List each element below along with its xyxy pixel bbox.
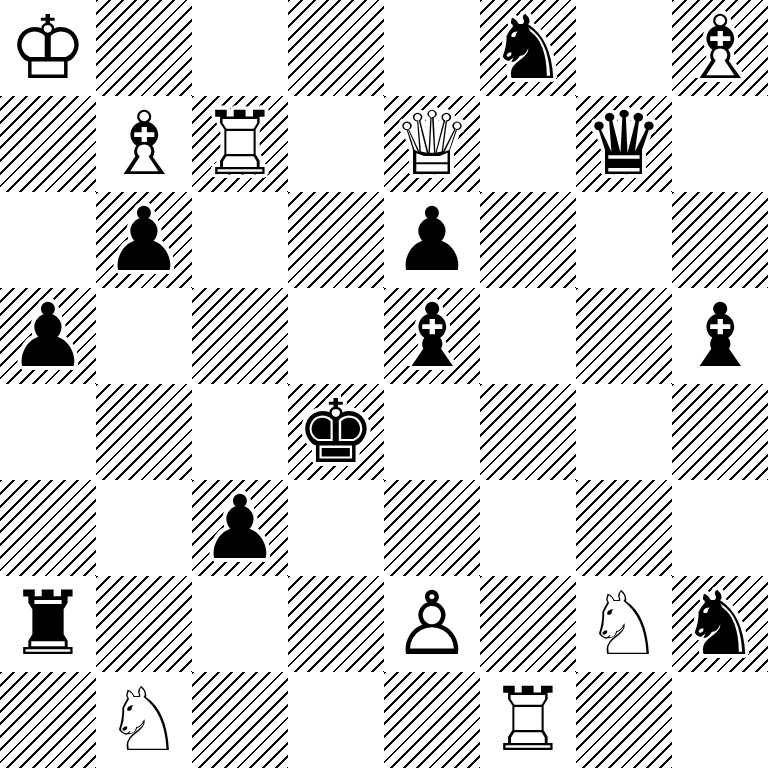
square-e8[interactable] <box>384 0 480 96</box>
piece-glyph: ♗ <box>672 0 768 96</box>
piece-glyph: ♛ <box>576 96 672 192</box>
square-b5[interactable] <box>96 288 192 384</box>
square-f2[interactable] <box>480 576 576 672</box>
square-e2[interactable]: ♟♙ <box>384 576 480 672</box>
piece-glyph: ♘ <box>576 576 672 672</box>
square-a8[interactable]: ♚♔ <box>0 0 96 96</box>
piece-black-knight: ♞♞ <box>480 0 576 96</box>
square-c5[interactable] <box>192 288 288 384</box>
piece-black-bishop: ♝♝ <box>672 288 768 384</box>
square-e1[interactable] <box>384 672 480 768</box>
square-h2[interactable]: ♞♞ <box>672 576 768 672</box>
piece-black-rook: ♜♜ <box>0 576 96 672</box>
piece-glyph: ♙ <box>384 576 480 672</box>
piece-glyph: ♖ <box>480 672 576 768</box>
square-f4[interactable] <box>480 384 576 480</box>
piece-black-knight: ♞♞ <box>672 576 768 672</box>
piece-glyph: ♚ <box>288 384 384 480</box>
square-d4[interactable]: ♚♚ <box>288 384 384 480</box>
square-g6[interactable] <box>576 192 672 288</box>
square-f3[interactable] <box>480 480 576 576</box>
square-b1[interactable]: ♞♘ <box>96 672 192 768</box>
piece-white-rook: ♜♖ <box>480 672 576 768</box>
square-d3[interactable] <box>288 480 384 576</box>
square-c2[interactable] <box>192 576 288 672</box>
square-h6[interactable] <box>672 192 768 288</box>
square-a3[interactable] <box>0 480 96 576</box>
square-f5[interactable] <box>480 288 576 384</box>
chess-diagram: ♚♔♞♞♝♗♝♗♜♖♛♕♛♛♟♟♟♟♟♟♝♝♝♝♚♚♟♟♜♜♟♙♞♘♞♞♞♘♜♖ <box>0 0 768 768</box>
square-f7[interactable] <box>480 96 576 192</box>
piece-white-king: ♚♔ <box>0 0 96 96</box>
piece-glyph: ♗ <box>96 96 192 192</box>
square-g1[interactable] <box>576 672 672 768</box>
piece-glyph: ♟ <box>0 288 96 384</box>
square-c1[interactable] <box>192 672 288 768</box>
square-h4[interactable] <box>672 384 768 480</box>
piece-glyph: ♕ <box>384 96 480 192</box>
piece-glyph: ♟ <box>192 480 288 576</box>
square-a7[interactable] <box>0 96 96 192</box>
square-g5[interactable] <box>576 288 672 384</box>
square-b4[interactable] <box>96 384 192 480</box>
square-e6[interactable]: ♟♟ <box>384 192 480 288</box>
square-a4[interactable] <box>0 384 96 480</box>
square-b2[interactable] <box>96 576 192 672</box>
piece-glyph: ♝ <box>672 288 768 384</box>
square-h5[interactable]: ♝♝ <box>672 288 768 384</box>
piece-white-rook: ♜♖ <box>192 96 288 192</box>
square-e3[interactable] <box>384 480 480 576</box>
piece-glyph: ♞ <box>480 0 576 96</box>
piece-black-queen: ♛♛ <box>576 96 672 192</box>
square-a6[interactable] <box>0 192 96 288</box>
chess-board: ♚♔♞♞♝♗♝♗♜♖♛♕♛♛♟♟♟♟♟♟♝♝♝♝♚♚♟♟♜♜♟♙♞♘♞♞♞♘♜♖ <box>0 0 768 768</box>
square-h3[interactable] <box>672 480 768 576</box>
square-g7[interactable]: ♛♛ <box>576 96 672 192</box>
square-d7[interactable] <box>288 96 384 192</box>
square-d8[interactable] <box>288 0 384 96</box>
square-d1[interactable] <box>288 672 384 768</box>
square-a2[interactable]: ♜♜ <box>0 576 96 672</box>
square-f6[interactable] <box>480 192 576 288</box>
piece-glyph: ♘ <box>96 672 192 768</box>
piece-black-pawn: ♟♟ <box>0 288 96 384</box>
piece-black-pawn: ♟♟ <box>96 192 192 288</box>
square-c4[interactable] <box>192 384 288 480</box>
piece-black-pawn: ♟♟ <box>384 192 480 288</box>
square-g8[interactable] <box>576 0 672 96</box>
piece-glyph: ♖ <box>192 96 288 192</box>
piece-black-pawn: ♟♟ <box>192 480 288 576</box>
piece-black-bishop: ♝♝ <box>384 288 480 384</box>
piece-white-knight: ♞♘ <box>576 576 672 672</box>
piece-glyph: ♜ <box>0 576 96 672</box>
piece-white-bishop: ♝♗ <box>672 0 768 96</box>
square-e4[interactable] <box>384 384 480 480</box>
square-b6[interactable]: ♟♟ <box>96 192 192 288</box>
piece-glyph: ♟ <box>384 192 480 288</box>
square-h7[interactable] <box>672 96 768 192</box>
square-b8[interactable] <box>96 0 192 96</box>
piece-white-queen: ♛♕ <box>384 96 480 192</box>
square-a1[interactable] <box>0 672 96 768</box>
square-f1[interactable]: ♜♖ <box>480 672 576 768</box>
square-d6[interactable] <box>288 192 384 288</box>
square-f8[interactable]: ♞♞ <box>480 0 576 96</box>
piece-glyph: ♞ <box>672 576 768 672</box>
square-c3[interactable]: ♟♟ <box>192 480 288 576</box>
square-c8[interactable] <box>192 0 288 96</box>
square-e5[interactable]: ♝♝ <box>384 288 480 384</box>
piece-black-king: ♚♚ <box>288 384 384 480</box>
piece-white-knight: ♞♘ <box>96 672 192 768</box>
square-h1[interactable] <box>672 672 768 768</box>
piece-glyph: ♔ <box>0 0 96 96</box>
square-a5[interactable]: ♟♟ <box>0 288 96 384</box>
piece-white-bishop: ♝♗ <box>96 96 192 192</box>
piece-white-pawn: ♟♙ <box>384 576 480 672</box>
square-g2[interactable]: ♞♘ <box>576 576 672 672</box>
square-g3[interactable] <box>576 480 672 576</box>
square-b3[interactable] <box>96 480 192 576</box>
square-b7[interactable]: ♝♗ <box>96 96 192 192</box>
square-d2[interactable] <box>288 576 384 672</box>
square-c6[interactable] <box>192 192 288 288</box>
piece-glyph: ♟ <box>96 192 192 288</box>
square-d5[interactable] <box>288 288 384 384</box>
square-c7[interactable]: ♜♖ <box>192 96 288 192</box>
square-g4[interactable] <box>576 384 672 480</box>
piece-glyph: ♝ <box>384 288 480 384</box>
square-e7[interactable]: ♛♕ <box>384 96 480 192</box>
square-h8[interactable]: ♝♗ <box>672 0 768 96</box>
